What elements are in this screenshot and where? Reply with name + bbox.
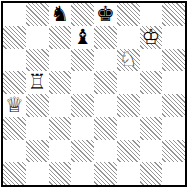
square-f6[interactable]: ♞♘ — [117, 49, 140, 72]
board-frame: ♞♚♝♚♔♞♘♜♖♛♕ — [1, 1, 187, 187]
chess-board: ♞♚♝♚♔♞♘♜♖♛♕ — [3, 3, 185, 185]
square-e8[interactable]: ♚ — [94, 3, 117, 26]
white-queen: ♛♕ — [3, 94, 26, 117]
square-a3[interactable] — [3, 117, 26, 140]
square-a8[interactable] — [3, 3, 26, 26]
square-g5[interactable] — [140, 71, 163, 94]
square-e2[interactable] — [94, 140, 117, 163]
square-c7[interactable] — [49, 26, 72, 49]
square-f3[interactable] — [117, 117, 140, 140]
square-b2[interactable] — [26, 140, 49, 163]
square-e1[interactable] — [94, 162, 117, 185]
square-d3[interactable] — [71, 117, 94, 140]
white-king: ♚♔ — [140, 26, 163, 49]
square-c3[interactable] — [49, 117, 72, 140]
square-g4[interactable] — [140, 94, 163, 117]
black-king-glyph: ♚ — [94, 3, 117, 26]
square-h2[interactable] — [162, 140, 185, 163]
square-b5[interactable]: ♜♖ — [26, 71, 49, 94]
square-h1[interactable] — [162, 162, 185, 185]
black-knight-glyph: ♞ — [49, 3, 72, 26]
square-h6[interactable] — [162, 49, 185, 72]
square-e4[interactable] — [94, 94, 117, 117]
square-g1[interactable] — [140, 162, 163, 185]
square-a6[interactable] — [3, 49, 26, 72]
square-c6[interactable] — [49, 49, 72, 72]
square-f5[interactable] — [117, 71, 140, 94]
square-h5[interactable] — [162, 71, 185, 94]
square-a5[interactable] — [3, 71, 26, 94]
square-c1[interactable] — [49, 162, 72, 185]
square-d5[interactable] — [71, 71, 94, 94]
square-f2[interactable] — [117, 140, 140, 163]
square-f4[interactable] — [117, 94, 140, 117]
square-c2[interactable] — [49, 140, 72, 163]
square-b3[interactable] — [26, 117, 49, 140]
white-knight: ♞♘ — [117, 49, 140, 72]
black-king: ♚ — [94, 3, 117, 26]
square-f8[interactable] — [117, 3, 140, 26]
square-c4[interactable] — [49, 94, 72, 117]
white-rook: ♜♖ — [26, 71, 49, 94]
square-a1[interactable] — [3, 162, 26, 185]
square-g3[interactable] — [140, 117, 163, 140]
square-c5[interactable] — [49, 71, 72, 94]
square-a7[interactable] — [3, 26, 26, 49]
white-knight-glyph: ♘ — [117, 49, 140, 72]
square-a2[interactable] — [3, 140, 26, 163]
square-h8[interactable] — [162, 3, 185, 26]
white-king-glyph: ♔ — [140, 26, 163, 49]
square-g7[interactable]: ♚♔ — [140, 26, 163, 49]
square-d8[interactable] — [71, 3, 94, 26]
square-b7[interactable] — [26, 26, 49, 49]
square-e5[interactable] — [94, 71, 117, 94]
chess-diagram: ♞♚♝♚♔♞♘♜♖♛♕ — [0, 0, 188, 189]
square-f7[interactable] — [117, 26, 140, 49]
square-b4[interactable] — [26, 94, 49, 117]
square-c8[interactable]: ♞ — [49, 3, 72, 26]
square-d4[interactable] — [71, 94, 94, 117]
black-knight: ♞ — [49, 3, 72, 26]
white-queen-glyph: ♕ — [3, 94, 26, 117]
square-e6[interactable] — [94, 49, 117, 72]
white-rook-glyph: ♖ — [26, 71, 49, 94]
square-a4[interactable]: ♛♕ — [3, 94, 26, 117]
square-d2[interactable] — [71, 140, 94, 163]
square-d7[interactable]: ♝ — [71, 26, 94, 49]
black-bishop-glyph: ♝ — [71, 26, 94, 49]
square-b8[interactable] — [26, 3, 49, 26]
square-h4[interactable] — [162, 94, 185, 117]
square-b1[interactable] — [26, 162, 49, 185]
square-d6[interactable] — [71, 49, 94, 72]
square-g2[interactable] — [140, 140, 163, 163]
square-b6[interactable] — [26, 49, 49, 72]
square-h3[interactable] — [162, 117, 185, 140]
square-d1[interactable] — [71, 162, 94, 185]
square-f1[interactable] — [117, 162, 140, 185]
square-h7[interactable] — [162, 26, 185, 49]
square-e7[interactable] — [94, 26, 117, 49]
square-g8[interactable] — [140, 3, 163, 26]
square-g6[interactable] — [140, 49, 163, 72]
black-bishop: ♝ — [71, 26, 94, 49]
square-e3[interactable] — [94, 117, 117, 140]
